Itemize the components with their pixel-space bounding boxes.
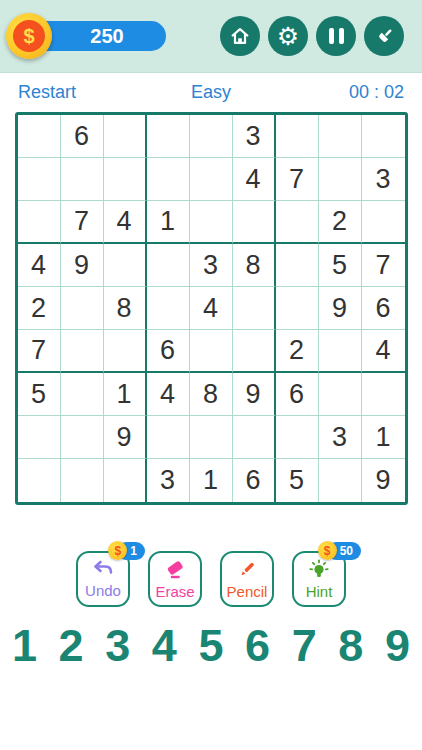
cell-r6c4[interactable]: 6	[147, 330, 190, 373]
numpad-8[interactable]: 8	[338, 620, 363, 672]
cell-r3c7[interactable]	[276, 201, 319, 244]
pause-icon	[326, 28, 346, 44]
cell-r4c3[interactable]	[104, 244, 147, 287]
cell-r6c1[interactable]: 7	[18, 330, 61, 373]
cell-r5c3[interactable]: 8	[104, 287, 147, 330]
cell-r3c3[interactable]: 4	[104, 201, 147, 244]
sudoku-app: $ 250 ⚙ Restart Easy 00 : 02 63473741249…	[0, 0, 422, 750]
pencil-button[interactable]: Pencil	[220, 551, 274, 607]
cell-r8c8[interactable]: 3	[319, 416, 362, 459]
cell-r2c1[interactable]	[18, 158, 61, 201]
cell-r8c6[interactable]	[233, 416, 276, 459]
numpad-4[interactable]: 4	[152, 620, 177, 672]
hint-button[interactable]: $ 50 Hint	[292, 551, 346, 607]
cell-r7c1[interactable]: 5	[18, 373, 61, 416]
undo-cost-badge: $ 1	[108, 541, 145, 560]
cell-r6c3[interactable]	[104, 330, 147, 373]
cell-r8c7[interactable]	[276, 416, 319, 459]
status-bar: Restart Easy 00 : 02	[0, 73, 422, 111]
hint-label: Hint	[306, 583, 333, 600]
cell-r4c2[interactable]: 9	[61, 244, 104, 287]
cell-r7c4[interactable]: 4	[147, 373, 190, 416]
erase-button[interactable]: Erase	[148, 551, 202, 607]
cell-r1c5[interactable]	[190, 115, 233, 158]
cell-r8c1[interactable]	[18, 416, 61, 459]
undo-label: Undo	[85, 582, 121, 599]
coin-icon: $	[318, 541, 337, 560]
cell-r1c4[interactable]	[147, 115, 190, 158]
cell-r5c2[interactable]	[61, 287, 104, 330]
top-bar: $ 250 ⚙	[0, 0, 422, 73]
lightbulb-icon	[307, 559, 331, 582]
cell-r5c6[interactable]	[233, 287, 276, 330]
cell-r6c8[interactable]	[319, 330, 362, 373]
cell-r4c8[interactable]: 5	[319, 244, 362, 287]
numpad-5[interactable]: 5	[198, 620, 223, 672]
cell-r2c4[interactable]	[147, 158, 190, 201]
cell-r3c8[interactable]: 2	[319, 201, 362, 244]
cell-r2c3[interactable]	[104, 158, 147, 201]
cell-r7c9[interactable]	[362, 373, 405, 416]
brush-icon	[373, 25, 396, 48]
cell-r1c3[interactable]	[104, 115, 147, 158]
top-buttons: ⚙	[212, 16, 404, 56]
restart-button[interactable]: Restart	[18, 82, 147, 103]
cell-r4c7[interactable]	[276, 244, 319, 287]
cell-r7c5[interactable]: 8	[190, 373, 233, 416]
cell-r9c1[interactable]	[18, 459, 61, 502]
gear-icon: ⚙	[277, 24, 299, 49]
cell-r5c5[interactable]: 4	[190, 287, 233, 330]
cell-r9c6[interactable]: 6	[233, 459, 276, 502]
cell-r1c7[interactable]	[276, 115, 319, 158]
difficulty-label: Easy	[147, 82, 276, 103]
undo-arrow-icon	[90, 559, 116, 581]
cell-r2c5[interactable]	[190, 158, 233, 201]
cell-r1c2[interactable]: 6	[61, 115, 104, 158]
settings-button[interactable]: ⚙	[268, 16, 308, 56]
cell-r4c5[interactable]: 3	[190, 244, 233, 287]
numpad-3[interactable]: 3	[105, 620, 130, 672]
pause-button[interactable]	[316, 16, 356, 56]
cell-r7c3[interactable]: 1	[104, 373, 147, 416]
cell-r9c4[interactable]: 3	[147, 459, 190, 502]
numpad-1[interactable]: 1	[12, 620, 37, 672]
cell-r3c6[interactable]	[233, 201, 276, 244]
cell-r8c5[interactable]	[190, 416, 233, 459]
pencil-label: Pencil	[227, 583, 268, 600]
cell-r2c8[interactable]	[319, 158, 362, 201]
pencil-icon	[235, 559, 259, 582]
cell-r4c9[interactable]: 7	[362, 244, 405, 287]
home-icon	[229, 25, 251, 47]
number-pad: 123456789	[0, 620, 422, 672]
cell-r2c7[interactable]: 7	[276, 158, 319, 201]
cell-r3c1[interactable]	[18, 201, 61, 244]
eraser-icon	[163, 559, 187, 582]
cell-r6c5[interactable]	[190, 330, 233, 373]
dollar-icon: $	[13, 20, 45, 52]
cell-r9c2[interactable]	[61, 459, 104, 502]
undo-button[interactable]: $ 1 Undo	[76, 551, 130, 607]
cell-r8c9[interactable]: 1	[362, 416, 405, 459]
numpad-2[interactable]: 2	[59, 620, 84, 672]
cell-r1c6[interactable]: 3	[233, 115, 276, 158]
cell-r3c2[interactable]: 7	[61, 201, 104, 244]
cell-r7c8[interactable]	[319, 373, 362, 416]
cell-r6c9[interactable]: 4	[362, 330, 405, 373]
hint-cost-badge: $ 50	[318, 541, 361, 560]
cell-r4c4[interactable]	[147, 244, 190, 287]
cell-r8c4[interactable]	[147, 416, 190, 459]
cell-r5c7[interactable]	[276, 287, 319, 330]
cell-r9c9[interactable]: 9	[362, 459, 405, 502]
cell-r8c3[interactable]: 9	[104, 416, 147, 459]
cell-r2c9[interactable]: 3	[362, 158, 405, 201]
cell-r9c5[interactable]: 1	[190, 459, 233, 502]
cell-r6c2[interactable]	[61, 330, 104, 373]
cell-r4c6[interactable]: 8	[233, 244, 276, 287]
cell-r3c9[interactable]	[362, 201, 405, 244]
cell-r8c2[interactable]	[61, 416, 104, 459]
home-button[interactable]	[220, 16, 260, 56]
sudoku-board: 63473741249385728496762451489693131659	[15, 112, 408, 505]
cell-r9c8[interactable]	[319, 459, 362, 502]
cell-r7c2[interactable]	[61, 373, 104, 416]
cell-r2c2[interactable]	[61, 158, 104, 201]
cell-r5c1[interactable]: 2	[18, 287, 61, 330]
coin-icon: $	[6, 13, 52, 59]
cell-r1c1[interactable]	[18, 115, 61, 158]
cell-r9c7[interactable]: 5	[276, 459, 319, 502]
cell-r4c1[interactable]: 4	[18, 244, 61, 287]
coin-balance[interactable]: $ 250	[6, 13, 166, 59]
cell-r1c8[interactable]	[319, 115, 362, 158]
numpad-6[interactable]: 6	[245, 620, 270, 672]
cell-r7c7[interactable]: 6	[276, 373, 319, 416]
cell-r7c6[interactable]: 9	[233, 373, 276, 416]
cell-r9c3[interactable]	[104, 459, 147, 502]
cell-r6c7[interactable]: 2	[276, 330, 319, 373]
timer: 00 : 02	[275, 82, 404, 103]
cell-r6c6[interactable]	[233, 330, 276, 373]
numpad-7[interactable]: 7	[292, 620, 317, 672]
erase-label: Erase	[155, 583, 194, 600]
cell-r3c5[interactable]	[190, 201, 233, 244]
cell-r5c8[interactable]: 9	[319, 287, 362, 330]
tool-bar: $ 1 Undo Erase Pencil $ 50 Hint	[0, 551, 422, 607]
numpad-9[interactable]: 9	[385, 620, 410, 672]
cell-r5c4[interactable]	[147, 287, 190, 330]
theme-button[interactable]	[364, 16, 404, 56]
cell-r1c9[interactable]	[362, 115, 405, 158]
cell-r2c6[interactable]: 4	[233, 158, 276, 201]
cell-r3c4[interactable]: 1	[147, 201, 190, 244]
cell-r5c9[interactable]: 6	[362, 287, 405, 330]
